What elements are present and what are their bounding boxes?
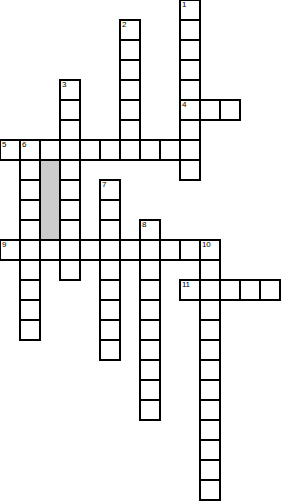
crossword-cell-r9c1[interactable] <box>20 180 40 200</box>
crossword-cell-r14c10[interactable] <box>200 280 220 300</box>
crossword-cell-r1c6[interactable]: 2 <box>120 20 140 40</box>
crossword-cell-r7c0[interactable]: 5 <box>0 140 20 160</box>
crossword-cell-r3c9[interactable] <box>180 60 200 80</box>
crossword-cell-r7c6[interactable] <box>120 140 140 160</box>
crossword-cell-r22c10[interactable] <box>200 440 220 460</box>
crossword-cell-r7c5[interactable] <box>100 140 120 160</box>
crossword-cell-r11c1[interactable] <box>20 220 40 240</box>
crossword-grid: 1234567891011 <box>0 0 280 500</box>
crossword-cell-r12c6[interactable] <box>120 240 140 260</box>
crossword-cell-r0c9[interactable]: 1 <box>180 0 200 20</box>
crossword-cell-r13c3[interactable] <box>60 260 80 280</box>
crossword-cell-r17c10[interactable] <box>200 340 220 360</box>
crossword-cell-r14c13[interactable] <box>260 280 280 300</box>
crossword-cell-r21c10[interactable] <box>200 420 220 440</box>
crossword-cell-r12c7[interactable] <box>140 240 160 260</box>
crossword-cell-r13c1[interactable] <box>20 260 40 280</box>
crossword-cell-r2c9[interactable] <box>180 40 200 60</box>
clue-number-8: 8 <box>142 220 146 229</box>
clue-number-4: 4 <box>182 100 186 109</box>
crossword-cell-r14c12[interactable] <box>240 280 260 300</box>
crossword-cell-r7c4[interactable] <box>80 140 100 160</box>
crossword-cell-r14c5[interactable] <box>100 280 120 300</box>
crossword-cell-r5c9[interactable]: 4 <box>180 100 200 120</box>
crossword-cell-r19c7[interactable] <box>140 380 160 400</box>
crossword-cell-r24c10[interactable] <box>200 480 220 500</box>
clue-number-7: 7 <box>102 180 106 189</box>
crossword-cell-r13c5[interactable] <box>100 260 120 280</box>
crossword-cell-r2c6[interactable] <box>120 40 140 60</box>
crossword-cell-r12c9[interactable] <box>180 240 200 260</box>
crossword-cell-r7c7[interactable] <box>140 140 160 160</box>
crossword-cell-r5c3[interactable] <box>60 100 80 120</box>
crossword-cell-r12c1[interactable] <box>20 240 40 260</box>
crossword-page: 1234567891011 <box>0 0 281 501</box>
crossword-cell-r12c8[interactable] <box>160 240 180 260</box>
crossword-cell-r15c1[interactable] <box>20 300 40 320</box>
crossword-cell-r8c9[interactable] <box>180 160 200 180</box>
crossword-cell-r18c7[interactable] <box>140 360 160 380</box>
crossword-cell-r20c7[interactable] <box>140 400 160 420</box>
crossword-cell-r9c5[interactable]: 7 <box>100 180 120 200</box>
crossword-cell-r6c3[interactable] <box>60 120 80 140</box>
crossword-cell-r11c5[interactable] <box>100 220 120 240</box>
clue-number-10: 10 <box>202 240 210 249</box>
crossword-cell-r6c9[interactable] <box>180 120 200 140</box>
crossword-cell-r12c0[interactable]: 9 <box>0 240 20 260</box>
crossword-cell-r7c9[interactable] <box>180 140 200 160</box>
crossword-cell-r12c10[interactable]: 10 <box>200 240 220 260</box>
crossword-cell-r10c3[interactable] <box>60 200 80 220</box>
crossword-cell-r16c10[interactable] <box>200 320 220 340</box>
clue-number-11: 11 <box>182 280 190 289</box>
crossword-cell-r7c1[interactable]: 6 <box>20 140 40 160</box>
crossword-cell-r14c9[interactable]: 11 <box>180 280 200 300</box>
clue-number-2: 2 <box>122 20 126 29</box>
crossword-cell-r7c3[interactable] <box>60 140 80 160</box>
crossword-cell-r5c10[interactable] <box>200 100 220 120</box>
clue-number-6: 6 <box>22 140 26 149</box>
crossword-cell-r17c5[interactable] <box>100 340 120 360</box>
crossword-cell-r11c7[interactable]: 8 <box>140 220 160 240</box>
crossword-cell-r20c10[interactable] <box>200 400 220 420</box>
clue-number-3: 3 <box>62 80 66 89</box>
crossword-cell-r11c3[interactable] <box>60 220 80 240</box>
crossword-cell-r12c2[interactable] <box>40 240 60 260</box>
crossword-cell-r3c6[interactable] <box>120 60 140 80</box>
crossword-cell-r14c7[interactable] <box>140 280 160 300</box>
crossword-cell-r6c6[interactable] <box>120 120 140 140</box>
shaded-block <box>40 160 60 240</box>
crossword-cell-r7c8[interactable] <box>160 140 180 160</box>
crossword-cell-r4c6[interactable] <box>120 80 140 100</box>
clue-number-5: 5 <box>2 140 6 149</box>
crossword-cell-r5c11[interactable] <box>220 100 240 120</box>
crossword-cell-r15c7[interactable] <box>140 300 160 320</box>
crossword-cell-r10c5[interactable] <box>100 200 120 220</box>
crossword-cell-r12c5[interactable] <box>100 240 120 260</box>
crossword-cell-r4c9[interactable] <box>180 80 200 100</box>
crossword-cell-r13c7[interactable] <box>140 260 160 280</box>
crossword-cell-r4c3[interactable]: 3 <box>60 80 80 100</box>
crossword-cell-r16c7[interactable] <box>140 320 160 340</box>
crossword-cell-r16c1[interactable] <box>20 320 40 340</box>
crossword-cell-r18c10[interactable] <box>200 360 220 380</box>
crossword-cell-r15c10[interactable] <box>200 300 220 320</box>
crossword-cell-r19c10[interactable] <box>200 380 220 400</box>
crossword-cell-r8c3[interactable] <box>60 160 80 180</box>
crossword-cell-r8c1[interactable] <box>20 160 40 180</box>
crossword-cell-r15c5[interactable] <box>100 300 120 320</box>
crossword-cell-r13c10[interactable] <box>200 260 220 280</box>
crossword-cell-r9c3[interactable] <box>60 180 80 200</box>
crossword-cell-r1c9[interactable] <box>180 20 200 40</box>
crossword-cell-r23c10[interactable] <box>200 460 220 480</box>
crossword-cell-r5c6[interactable] <box>120 100 140 120</box>
clue-number-9: 9 <box>2 240 6 249</box>
crossword-cell-r14c1[interactable] <box>20 280 40 300</box>
crossword-cell-r16c5[interactable] <box>100 320 120 340</box>
crossword-cell-r12c4[interactable] <box>80 240 100 260</box>
clue-number-1: 1 <box>182 0 186 9</box>
crossword-cell-r14c11[interactable] <box>220 280 240 300</box>
crossword-cell-r7c2[interactable] <box>40 140 60 160</box>
crossword-cell-r17c7[interactable] <box>140 340 160 360</box>
crossword-cell-r12c3[interactable] <box>60 240 80 260</box>
crossword-cell-r10c1[interactable] <box>20 200 40 220</box>
